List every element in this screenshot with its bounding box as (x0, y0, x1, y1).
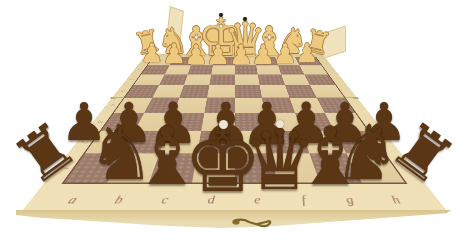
square-d4 (204, 98, 234, 113)
square-c8 (191, 57, 214, 65)
wood-sliver-left (166, 6, 184, 46)
playing-area (62, 57, 408, 184)
hinge-tab-right (352, 97, 359, 99)
square-c6 (184, 75, 211, 86)
square-d8 (213, 57, 235, 65)
square-e6 (235, 75, 260, 86)
light-q-finial (243, 17, 247, 21)
square-e4 (235, 98, 265, 113)
square-e3 (235, 113, 268, 131)
square-e7 (235, 65, 258, 74)
square-d3 (201, 113, 234, 131)
board-surface: abcdefgh12345678 (22, 54, 447, 211)
hinge-tab-left (110, 97, 117, 99)
file-label-e: e (243, 193, 273, 206)
square-f8 (255, 57, 278, 65)
square-d2 (197, 131, 234, 154)
square-h6 (305, 75, 336, 86)
chess-set-photo: abcdefgh12345678 ♜♞♝♚♛♝♞♜♟♟♟♟♟♟♟♟♟♟♟♟♟♟♟… (0, 0, 457, 240)
square-c3 (168, 113, 205, 131)
square-c4 (174, 98, 207, 113)
square-e1 (235, 154, 278, 183)
file-label-d: d (196, 193, 226, 206)
square-c5 (180, 85, 210, 98)
clasp-icon (226, 215, 274, 231)
square-e8 (235, 57, 257, 65)
square-h8 (295, 57, 321, 65)
square-h5 (310, 85, 344, 98)
square-c2 (160, 131, 201, 154)
hinge-seam (112, 97, 358, 98)
square-d1 (192, 154, 235, 183)
file-label-g: g (333, 193, 368, 206)
file-label-a: a (54, 193, 91, 206)
square-d5 (207, 85, 234, 98)
file-label-b: b (101, 193, 136, 206)
square-e5 (235, 85, 262, 98)
file-label-h: h (378, 193, 415, 206)
square-e2 (235, 131, 272, 154)
square-d7 (211, 65, 234, 74)
chessboard: abcdefgh12345678 (22, 54, 447, 211)
light-k-finial (219, 13, 223, 17)
file-label-c: c (149, 193, 181, 206)
square-d6 (209, 75, 234, 86)
file-label-f: f (288, 193, 320, 206)
square-h7 (300, 65, 328, 74)
square-c7 (188, 65, 213, 74)
